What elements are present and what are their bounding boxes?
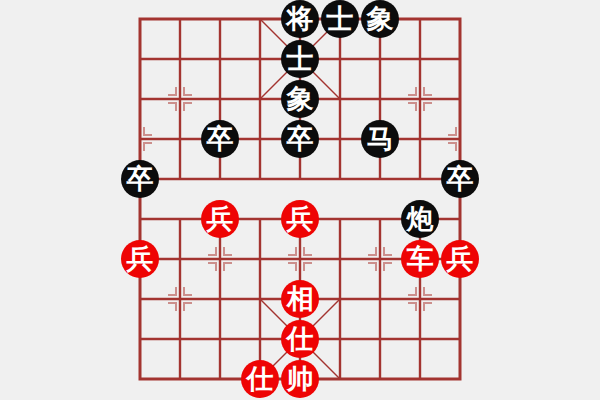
piece-red-elephant[interactable]: 相 [281,280,319,318]
piece-black-advisor[interactable]: 士 [281,40,319,78]
piece-red-soldier[interactable]: 兵 [121,240,159,278]
piece-red-advisor[interactable]: 仕 [281,320,319,358]
piece-black-elephant[interactable]: 象 [361,0,399,38]
piece-red-soldier[interactable]: 兵 [201,200,239,238]
piece-black-advisor[interactable]: 士 [321,0,359,38]
piece-red-advisor[interactable]: 仕 [241,360,279,398]
piece-black-soldier[interactable]: 卒 [281,120,319,158]
xiangqi-app: 将士象士象卒卒马卒卒兵兵炮兵车兵相仕仕帅 [0,0,600,400]
piece-black-elephant[interactable]: 象 [281,80,319,118]
piece-black-horse[interactable]: 马 [361,120,399,158]
piece-red-chariot[interactable]: 车 [401,240,439,278]
piece-black-soldier[interactable]: 卒 [121,160,159,198]
xiangqi-board[interactable]: 将士象士象卒卒马卒卒兵兵炮兵车兵相仕仕帅 [120,0,480,399]
piece-red-soldier[interactable]: 兵 [441,240,479,278]
piece-black-general[interactable]: 将 [281,0,319,38]
piece-black-cannon[interactable]: 炮 [401,200,439,238]
piece-black-soldier[interactable]: 卒 [201,120,239,158]
piece-red-soldier[interactable]: 兵 [281,200,319,238]
piece-red-general[interactable]: 帅 [281,360,319,398]
piece-black-soldier[interactable]: 卒 [441,160,479,198]
